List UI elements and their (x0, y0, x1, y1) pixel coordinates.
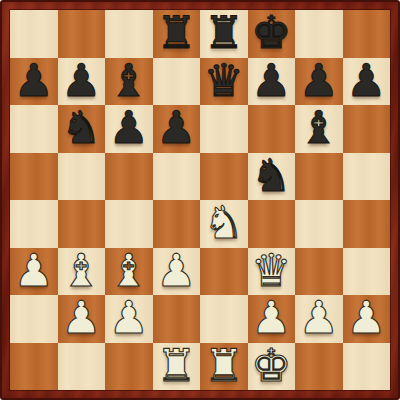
square-a3[interactable]: ♟ (10, 248, 58, 296)
square-a4[interactable] (10, 200, 58, 248)
piece-black-pawn-a7[interactable]: ♟ (14, 58, 54, 103)
square-g4[interactable] (295, 200, 343, 248)
piece-white-pawn-a3[interactable]: ♟ (14, 248, 54, 293)
square-f2[interactable]: ♟ (248, 295, 296, 343)
piece-black-bishop-c7[interactable]: ♝ (109, 58, 149, 103)
piece-white-king-f1[interactable]: ♚ (251, 343, 291, 388)
piece-white-pawn-h2[interactable]: ♟ (346, 295, 386, 340)
square-c3[interactable]: ♝ (105, 248, 153, 296)
square-a7[interactable]: ♟ (10, 58, 58, 106)
square-h7[interactable]: ♟ (343, 58, 391, 106)
square-a2[interactable] (10, 295, 58, 343)
square-b1[interactable] (58, 343, 106, 391)
square-b8[interactable] (58, 10, 106, 58)
square-d8[interactable]: ♜ (153, 10, 201, 58)
square-d1[interactable]: ♜ (153, 343, 201, 391)
square-e3[interactable] (200, 248, 248, 296)
square-b7[interactable]: ♟ (58, 58, 106, 106)
square-b5[interactable] (58, 153, 106, 201)
square-e4[interactable]: ♞ (200, 200, 248, 248)
piece-white-rook-d1[interactable]: ♜ (156, 343, 196, 388)
square-e1[interactable]: ♜ (200, 343, 248, 391)
square-b3[interactable]: ♝ (58, 248, 106, 296)
piece-white-bishop-c3[interactable]: ♝ (109, 248, 149, 293)
square-g3[interactable] (295, 248, 343, 296)
square-b6[interactable]: ♞ (58, 105, 106, 153)
square-g8[interactable] (295, 10, 343, 58)
piece-white-pawn-b2[interactable]: ♟ (61, 295, 101, 340)
square-b4[interactable] (58, 200, 106, 248)
square-d6[interactable]: ♟ (153, 105, 201, 153)
piece-white-pawn-g2[interactable]: ♟ (299, 295, 339, 340)
square-c6[interactable]: ♟ (105, 105, 153, 153)
square-c1[interactable] (105, 343, 153, 391)
square-h8[interactable] (343, 10, 391, 58)
piece-black-pawn-b7[interactable]: ♟ (61, 58, 101, 103)
piece-black-rook-d8[interactable]: ♜ (156, 10, 196, 55)
square-d5[interactable] (153, 153, 201, 201)
square-f6[interactable] (248, 105, 296, 153)
square-f4[interactable] (248, 200, 296, 248)
square-e2[interactable] (200, 295, 248, 343)
square-g6[interactable]: ♝ (295, 105, 343, 153)
square-h2[interactable]: ♟ (343, 295, 391, 343)
square-f5[interactable]: ♞ (248, 153, 296, 201)
chessboard-frame: ♜♜♚♟♟♝♛♟♟♟♞♟♟♝♞♞♟♝♝♟♛♟♟♟♟♟♜♜♚ (0, 0, 400, 400)
piece-white-bishop-b3[interactable]: ♝ (61, 248, 101, 293)
piece-white-pawn-d3[interactable]: ♟ (156, 248, 196, 293)
square-d7[interactable] (153, 58, 201, 106)
piece-black-pawn-f7[interactable]: ♟ (251, 58, 291, 103)
square-g1[interactable] (295, 343, 343, 391)
square-g2[interactable]: ♟ (295, 295, 343, 343)
square-c2[interactable]: ♟ (105, 295, 153, 343)
square-f3[interactable]: ♛ (248, 248, 296, 296)
piece-white-knight-e4[interactable]: ♞ (204, 200, 244, 245)
piece-black-knight-b6[interactable]: ♞ (61, 105, 101, 150)
square-h6[interactable] (343, 105, 391, 153)
chessboard: ♜♜♚♟♟♝♛♟♟♟♞♟♟♝♞♞♟♝♝♟♛♟♟♟♟♟♜♜♚ (10, 10, 390, 390)
square-a5[interactable] (10, 153, 58, 201)
piece-black-king-f8[interactable]: ♚ (251, 10, 291, 55)
square-h5[interactable] (343, 153, 391, 201)
square-f1[interactable]: ♚ (248, 343, 296, 391)
piece-black-pawn-d6[interactable]: ♟ (156, 105, 196, 150)
piece-black-bishop-g6[interactable]: ♝ (299, 105, 339, 150)
square-d3[interactable]: ♟ (153, 248, 201, 296)
square-f7[interactable]: ♟ (248, 58, 296, 106)
square-a6[interactable] (10, 105, 58, 153)
square-h3[interactable] (343, 248, 391, 296)
square-c8[interactable] (105, 10, 153, 58)
piece-white-queen-f3[interactable]: ♛ (251, 248, 291, 293)
piece-black-pawn-c6[interactable]: ♟ (109, 105, 149, 150)
square-a1[interactable] (10, 343, 58, 391)
square-e8[interactable]: ♜ (200, 10, 248, 58)
square-e6[interactable] (200, 105, 248, 153)
square-c5[interactable] (105, 153, 153, 201)
square-g7[interactable]: ♟ (295, 58, 343, 106)
square-d2[interactable] (153, 295, 201, 343)
square-a8[interactable] (10, 10, 58, 58)
square-e5[interactable] (200, 153, 248, 201)
piece-black-pawn-h7[interactable]: ♟ (346, 58, 386, 103)
piece-black-rook-e8[interactable]: ♜ (204, 10, 244, 55)
square-f8[interactable]: ♚ (248, 10, 296, 58)
square-c7[interactable]: ♝ (105, 58, 153, 106)
piece-black-queen-e7[interactable]: ♛ (204, 58, 244, 103)
square-h1[interactable] (343, 343, 391, 391)
square-b2[interactable]: ♟ (58, 295, 106, 343)
square-e7[interactable]: ♛ (200, 58, 248, 106)
square-h4[interactable] (343, 200, 391, 248)
square-g5[interactable] (295, 153, 343, 201)
piece-white-rook-e1[interactable]: ♜ (204, 343, 244, 388)
piece-white-pawn-c2[interactable]: ♟ (109, 295, 149, 340)
piece-black-knight-f5[interactable]: ♞ (251, 153, 291, 198)
piece-white-pawn-f2[interactable]: ♟ (251, 295, 291, 340)
square-d4[interactable] (153, 200, 201, 248)
piece-black-pawn-g7[interactable]: ♟ (299, 58, 339, 103)
square-c4[interactable] (105, 200, 153, 248)
